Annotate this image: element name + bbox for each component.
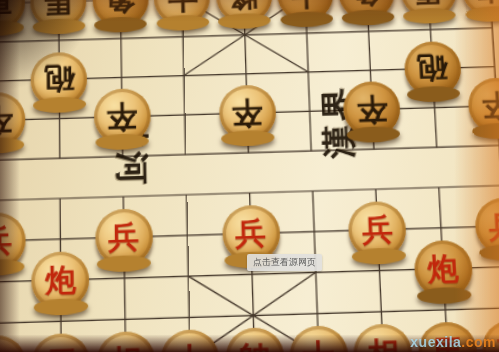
black-piece-character: 車 bbox=[0, 0, 12, 18]
black-piece-character: 將 bbox=[228, 0, 259, 11]
piece-black-elephant[interactable]: 象 bbox=[92, 0, 148, 28]
red-piece-character: 兵 bbox=[488, 210, 499, 242]
black-piece-character: 卒 bbox=[232, 98, 263, 129]
piece-black-horse[interactable]: 馬 bbox=[399, 0, 457, 19]
piece-black-soldier[interactable]: 卒 bbox=[94, 88, 151, 145]
red-piece-character: 兵 bbox=[361, 214, 393, 246]
black-piece-character: 馬 bbox=[44, 0, 74, 17]
black-piece-character: 士 bbox=[290, 0, 321, 9]
red-piece-character: 兵 bbox=[108, 221, 139, 253]
watermark-name: xuexila bbox=[410, 334, 461, 350]
red-piece-character: 士 bbox=[174, 343, 206, 352]
black-piece-character: 卒 bbox=[0, 105, 12, 136]
piece-black-advisor[interactable]: 士 bbox=[154, 0, 211, 26]
black-piece-character: 卒 bbox=[356, 94, 388, 125]
red-piece-character: 炮 bbox=[427, 253, 460, 285]
red-piece-character: 兵 bbox=[235, 218, 267, 250]
piece-black-cannon[interactable]: 砲 bbox=[31, 51, 88, 107]
piece-red-soldier[interactable]: 兵 bbox=[95, 208, 153, 267]
black-piece-character: 卒 bbox=[107, 101, 138, 132]
black-piece-character: 士 bbox=[167, 0, 198, 13]
piece-black-chariot[interactable]: 車 bbox=[0, 0, 25, 31]
piece-black-general[interactable]: 將 bbox=[215, 0, 272, 24]
black-piece-character: 象 bbox=[105, 0, 135, 15]
red-piece-character: 士 bbox=[303, 339, 336, 352]
red-piece-character: 相 bbox=[367, 337, 400, 352]
source-page-tooltip[interactable]: 点击查看源网页 bbox=[247, 254, 322, 271]
piece-black-elephant[interactable]: 象 bbox=[338, 0, 396, 20]
piece-red-cannon[interactable]: 炮 bbox=[32, 250, 90, 309]
table-background: 楚河 漢界 車馬象士將士象馬車砲砲卒卒卒卒卒兵兵兵兵兵炮炮車馬相士帥士相馬車 bbox=[0, 0, 499, 352]
red-piece-character: 相 bbox=[110, 345, 142, 352]
piece-black-soldier[interactable]: 卒 bbox=[218, 85, 276, 142]
watermark-tld: .com bbox=[461, 334, 496, 350]
piece-black-horse[interactable]: 馬 bbox=[31, 0, 87, 29]
black-piece-character: 象 bbox=[351, 0, 382, 8]
black-piece-character: 砲 bbox=[44, 64, 75, 94]
watermark: xuexila.com bbox=[410, 334, 496, 350]
black-piece-character: 卒 bbox=[481, 91, 499, 122]
piece-black-advisor[interactable]: 士 bbox=[277, 0, 335, 22]
xiangqi-board: 楚河 漢界 車馬象士將士象馬車砲砲卒卒卒卒卒兵兵兵兵兵炮炮車馬相士帥士相馬車 bbox=[0, 0, 499, 352]
black-piece-character: 馬 bbox=[413, 0, 445, 6]
red-piece-character: 帥 bbox=[238, 341, 270, 352]
red-piece-character: 馬 bbox=[45, 347, 77, 352]
red-piece-character: 兵 bbox=[0, 225, 12, 257]
black-piece-character: 砲 bbox=[417, 53, 449, 83]
photo-frame: 楚河 漢界 車馬象士將士象馬車砲砲卒卒卒卒卒兵兵兵兵兵炮炮車馬相士帥士相馬車 点… bbox=[0, 0, 499, 352]
red-piece-character: 炮 bbox=[45, 264, 76, 296]
black-piece-character: 車 bbox=[474, 0, 499, 4]
